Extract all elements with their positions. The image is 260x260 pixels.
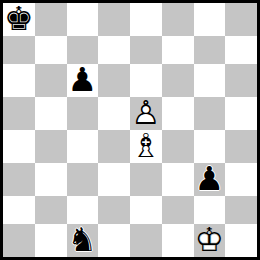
square-d6[interactable] [98, 64, 130, 97]
square-g1[interactable]: ♚♔ [194, 224, 226, 257]
chessboard: ♚♟♟♙♝♗♟♞♚♔ [3, 3, 257, 257]
square-b8[interactable] [35, 3, 67, 36]
square-c1[interactable]: ♞ [67, 224, 99, 257]
square-c4[interactable] [67, 130, 99, 163]
square-g3[interactable]: ♟ [194, 163, 226, 196]
square-h4[interactable] [225, 130, 257, 163]
square-g5[interactable] [194, 97, 226, 130]
square-a5[interactable] [3, 97, 35, 130]
square-d3[interactable] [98, 163, 130, 196]
square-a3[interactable] [3, 163, 35, 196]
square-d1[interactable] [98, 224, 130, 257]
square-d7[interactable] [98, 36, 130, 64]
black-king[interactable]: ♚ [4, 2, 34, 35]
square-e8[interactable] [130, 3, 162, 36]
square-h7[interactable] [225, 36, 257, 64]
square-e1[interactable] [130, 224, 162, 257]
square-b7[interactable] [35, 36, 67, 64]
square-c5[interactable] [67, 97, 99, 130]
square-f1[interactable] [162, 224, 194, 257]
square-h2[interactable] [225, 196, 257, 224]
square-h3[interactable] [225, 163, 257, 196]
square-f4[interactable] [162, 130, 194, 163]
square-d8[interactable] [98, 3, 130, 36]
square-a1[interactable] [3, 224, 35, 257]
square-b4[interactable] [35, 130, 67, 163]
square-a4[interactable] [3, 130, 35, 163]
square-b6[interactable] [35, 64, 67, 97]
square-a2[interactable] [3, 196, 35, 224]
square-g7[interactable] [194, 36, 226, 64]
black-pawn[interactable]: ♟ [195, 162, 225, 195]
square-e2[interactable] [130, 196, 162, 224]
square-f7[interactable] [162, 36, 194, 64]
square-f5[interactable] [162, 97, 194, 130]
square-c3[interactable] [67, 163, 99, 196]
square-a7[interactable] [3, 36, 35, 64]
square-e4[interactable]: ♝♗ [130, 130, 162, 163]
square-d2[interactable] [98, 196, 130, 224]
square-d5[interactable] [98, 97, 130, 130]
square-a6[interactable] [3, 64, 35, 97]
white-king[interactable]: ♚♔ [195, 223, 225, 256]
square-b1[interactable] [35, 224, 67, 257]
square-g8[interactable] [194, 3, 226, 36]
square-b2[interactable] [35, 196, 67, 224]
square-g6[interactable] [194, 64, 226, 97]
square-f6[interactable] [162, 64, 194, 97]
square-f8[interactable] [162, 3, 194, 36]
square-c6[interactable]: ♟ [67, 64, 99, 97]
square-h6[interactable] [225, 64, 257, 97]
square-f2[interactable] [162, 196, 194, 224]
square-h5[interactable] [225, 97, 257, 130]
square-h8[interactable] [225, 3, 257, 36]
square-a8[interactable]: ♚ [3, 3, 35, 36]
black-knight[interactable]: ♞ [68, 223, 98, 256]
board-frame: ♚♟♟♙♝♗♟♞♚♔ [0, 0, 260, 260]
square-b5[interactable] [35, 97, 67, 130]
square-f3[interactable] [162, 163, 194, 196]
white-bishop[interactable]: ♝♗ [131, 129, 161, 162]
square-h1[interactable] [225, 224, 257, 257]
square-b3[interactable] [35, 163, 67, 196]
square-c8[interactable] [67, 3, 99, 36]
white-king-glyph: ♔ [195, 220, 225, 259]
white-bishop-glyph: ♗ [131, 126, 161, 165]
square-e7[interactable] [130, 36, 162, 64]
black-pawn[interactable]: ♟ [68, 63, 98, 96]
square-e3[interactable] [130, 163, 162, 196]
square-d4[interactable] [98, 130, 130, 163]
white-pawn[interactable]: ♟♙ [131, 96, 161, 129]
